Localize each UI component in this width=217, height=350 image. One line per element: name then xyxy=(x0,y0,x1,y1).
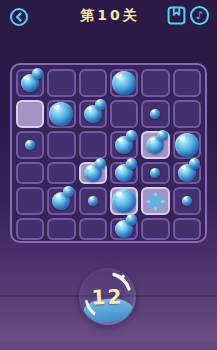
bubble-bump xyxy=(189,158,200,169)
bubble-bump xyxy=(126,130,137,141)
double-bubble xyxy=(115,164,133,182)
cell-r1c3[interactable] xyxy=(110,100,138,128)
small-bubble xyxy=(150,109,160,119)
cell-r4c5[interactable] xyxy=(173,187,201,215)
bubble-bump xyxy=(126,214,137,225)
cell-r2c5[interactable] xyxy=(173,131,201,159)
cell-r4c4[interactable] xyxy=(141,187,169,215)
bubble-bump xyxy=(95,99,106,110)
large-bubble xyxy=(112,71,136,95)
cell-r2c4[interactable] xyxy=(141,131,169,159)
bubble-bump xyxy=(157,130,168,141)
cell-r0c1[interactable] xyxy=(47,69,75,97)
bubble-bump xyxy=(63,186,74,197)
splash-cell xyxy=(144,190,167,213)
header-actions: ♪ xyxy=(167,6,209,25)
cell-r1c4[interactable] xyxy=(141,100,169,128)
double-bubble xyxy=(115,220,133,238)
bubble-bump xyxy=(126,158,137,169)
cell-r0c0[interactable] xyxy=(16,69,44,97)
cell-r5c5[interactable] xyxy=(173,218,201,240)
double-bubble xyxy=(84,105,102,123)
cell-r2c1[interactable] xyxy=(47,131,75,159)
double-bubble xyxy=(52,192,70,210)
music-note-icon: ♪ xyxy=(195,10,203,22)
splash-burst-icon xyxy=(144,190,167,213)
cell-r2c0[interactable] xyxy=(16,131,44,159)
cell-r4c3[interactable] xyxy=(110,187,138,215)
double-bubble xyxy=(146,136,164,154)
double-bubble xyxy=(84,164,102,182)
small-bubble xyxy=(25,140,35,150)
small-bubble xyxy=(182,196,192,206)
game-screen: 第10关 ♪ 12 xyxy=(0,0,217,350)
cell-r4c2[interactable] xyxy=(79,187,107,215)
cell-r1c2[interactable] xyxy=(79,100,107,128)
cell-r4c0[interactable] xyxy=(16,187,44,215)
bookmark-box-icon xyxy=(167,6,186,25)
cell-r3c2[interactable] xyxy=(79,162,107,184)
cell-r1c0[interactable] xyxy=(16,100,44,128)
cell-r0c3[interactable] xyxy=(110,69,138,97)
cell-r2c2[interactable] xyxy=(79,131,107,159)
small-bubble xyxy=(88,196,98,206)
double-bubble xyxy=(178,164,196,182)
large-bubble xyxy=(175,133,199,157)
cell-r0c2[interactable] xyxy=(79,69,107,97)
header-bar: 第10关 ♪ xyxy=(0,0,217,32)
cell-r0c5[interactable] xyxy=(173,69,201,97)
large-bubble xyxy=(112,189,136,213)
cell-r5c3[interactable] xyxy=(110,218,138,240)
music-button[interactable]: ♪ xyxy=(190,6,209,25)
cell-r5c0[interactable] xyxy=(16,218,44,240)
cell-r2c3[interactable] xyxy=(110,131,138,159)
small-bubble xyxy=(150,168,160,178)
moves-counter-bubble: 12 xyxy=(79,268,136,325)
cell-r4c1[interactable] xyxy=(47,187,75,215)
cell-r5c1[interactable] xyxy=(47,218,75,240)
cell-r1c1[interactable] xyxy=(47,100,75,128)
cell-r3c3[interactable] xyxy=(110,162,138,184)
cell-r1c5[interactable] xyxy=(173,100,201,128)
double-bubble xyxy=(21,74,39,92)
game-board xyxy=(10,63,207,243)
bubble-bump xyxy=(32,68,43,79)
cell-r5c2[interactable] xyxy=(79,218,107,240)
cell-r3c5[interactable] xyxy=(173,162,201,184)
cell-r3c0[interactable] xyxy=(16,162,44,184)
save-button[interactable] xyxy=(167,6,186,25)
large-bubble xyxy=(49,102,73,126)
cell-r3c1[interactable] xyxy=(47,162,75,184)
cell-r5c4[interactable] xyxy=(141,218,169,240)
double-bubble xyxy=(115,136,133,154)
cell-r3c4[interactable] xyxy=(141,162,169,184)
cell-r0c4[interactable] xyxy=(141,69,169,97)
moves-count: 12 xyxy=(78,267,137,326)
bubble-bump xyxy=(95,158,106,169)
